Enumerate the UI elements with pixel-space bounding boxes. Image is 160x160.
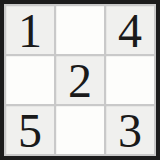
cell-digit: 1 <box>18 7 42 55</box>
cell-digit: 3 <box>118 107 142 155</box>
cell-r2c1[interactable] <box>6 56 54 104</box>
cell-r2c3[interactable] <box>106 56 154 104</box>
cell-r3c2[interactable] <box>56 106 104 154</box>
sudoku-board: 1 4 2 5 3 <box>0 0 160 160</box>
cell-r1c3[interactable]: 4 <box>106 6 154 54</box>
cell-r1c2[interactable] <box>56 6 104 54</box>
cell-r3c1[interactable]: 5 <box>6 106 54 154</box>
cell-r1c1[interactable]: 1 <box>6 6 54 54</box>
cell-r3c3[interactable]: 3 <box>106 106 154 154</box>
cell-digit: 5 <box>18 107 42 155</box>
cell-r2c2[interactable]: 2 <box>56 56 104 104</box>
cell-digit: 2 <box>68 57 92 105</box>
cell-digit: 4 <box>118 7 142 55</box>
